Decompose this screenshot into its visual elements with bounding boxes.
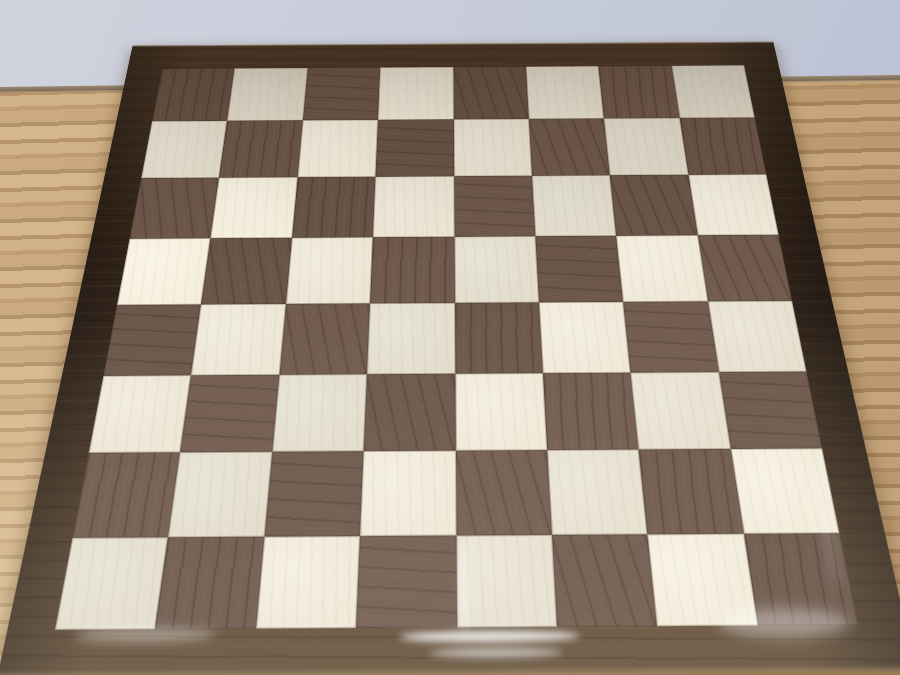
square-f4 bbox=[539, 301, 631, 373]
square-h1 bbox=[743, 533, 858, 626]
square-g8 bbox=[599, 66, 680, 119]
square-h4 bbox=[708, 300, 807, 372]
square-c7 bbox=[297, 120, 378, 177]
square-a8 bbox=[152, 68, 235, 121]
square-g1 bbox=[648, 533, 758, 626]
square-a2 bbox=[73, 453, 181, 538]
square-h6 bbox=[688, 174, 779, 235]
square-e1 bbox=[456, 535, 557, 628]
square-g2 bbox=[639, 449, 744, 534]
chessboard bbox=[0, 41, 900, 675]
square-b7 bbox=[219, 121, 302, 178]
square-f1 bbox=[552, 534, 658, 627]
square-g7 bbox=[604, 118, 688, 175]
square-d8 bbox=[378, 67, 453, 120]
square-a1 bbox=[55, 537, 168, 630]
square-g3 bbox=[631, 372, 731, 450]
square-a3 bbox=[89, 375, 192, 453]
square-h8 bbox=[671, 65, 754, 118]
square-f3 bbox=[543, 373, 639, 451]
square-e6 bbox=[454, 176, 536, 237]
square-g6 bbox=[610, 175, 698, 236]
photo-scene bbox=[0, 0, 900, 675]
square-e3 bbox=[455, 373, 547, 451]
square-d5 bbox=[370, 237, 454, 303]
square-b4 bbox=[191, 304, 285, 376]
square-d7 bbox=[376, 120, 454, 177]
square-e2 bbox=[455, 450, 551, 535]
square-h3 bbox=[719, 371, 823, 449]
square-h2 bbox=[730, 449, 839, 534]
square-c1 bbox=[256, 536, 360, 629]
square-f6 bbox=[532, 175, 617, 236]
square-f2 bbox=[547, 450, 648, 535]
square-b1 bbox=[155, 536, 264, 629]
square-f5 bbox=[535, 236, 623, 302]
square-e7 bbox=[453, 119, 531, 176]
square-d3 bbox=[364, 374, 456, 452]
square-b8 bbox=[227, 68, 307, 121]
square-e5 bbox=[454, 236, 539, 302]
square-e8 bbox=[453, 67, 529, 120]
square-b6 bbox=[211, 177, 298, 238]
square-e4 bbox=[455, 302, 543, 374]
square-c3 bbox=[272, 374, 367, 452]
square-d4 bbox=[367, 303, 455, 375]
square-a5 bbox=[117, 238, 211, 304]
square-b3 bbox=[180, 375, 279, 453]
square-a7 bbox=[141, 121, 227, 178]
square-c2 bbox=[264, 451, 363, 536]
square-h5 bbox=[698, 235, 792, 301]
square-c8 bbox=[303, 67, 381, 120]
square-f8 bbox=[526, 66, 604, 119]
square-a6 bbox=[130, 178, 220, 239]
square-c4 bbox=[279, 303, 370, 375]
square-g5 bbox=[616, 235, 707, 301]
square-f7 bbox=[529, 119, 610, 176]
square-c5 bbox=[286, 237, 373, 303]
square-g4 bbox=[623, 301, 718, 373]
square-c6 bbox=[292, 177, 376, 238]
square-d6 bbox=[373, 176, 454, 237]
square-h7 bbox=[679, 118, 766, 175]
square-a4 bbox=[103, 304, 201, 376]
square-d1 bbox=[356, 535, 456, 628]
square-d2 bbox=[360, 451, 456, 536]
square-b2 bbox=[168, 452, 272, 537]
board-grid bbox=[55, 65, 858, 630]
square-b5 bbox=[201, 238, 291, 304]
